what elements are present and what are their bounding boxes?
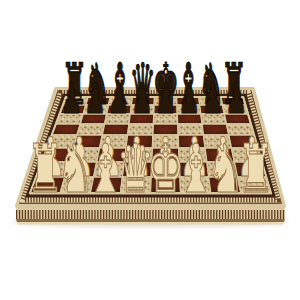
board-side-bottom-edge — [17, 222, 284, 225]
chess-set-photo: ♜♞♝♛♚♝♞♜♟♟♟♟♟♟♟♟♟♟♟♟♟♟♟♟♜♞♝♛♚♝♞♜ — [0, 0, 300, 300]
piece-black-pawn-f7[interactable]: ♟ — [178, 74, 200, 123]
piece-black-pawn-g7[interactable]: ♟ — [201, 74, 223, 123]
piece-black-pawn-a7[interactable]: ♟ — [60, 74, 82, 123]
piece-black-pawn-e7[interactable]: ♟ — [154, 74, 176, 123]
piece-white-rook-h1[interactable]: ♜ — [237, 130, 275, 208]
piece-black-pawn-c7[interactable]: ♟ — [107, 74, 129, 123]
piece-black-pawn-d7[interactable]: ♟ — [131, 74, 153, 123]
piece-black-pawn-h7[interactable]: ♟ — [225, 74, 247, 123]
chessboard: ♜♞♝♛♚♝♞♜♟♟♟♟♟♟♟♟♟♟♟♟♟♟♟♟♜♞♝♛♚♝♞♜ — [0, 0, 300, 300]
board-side-molding — [16, 219, 285, 222]
piece-black-pawn-b7[interactable]: ♟ — [84, 74, 106, 123]
